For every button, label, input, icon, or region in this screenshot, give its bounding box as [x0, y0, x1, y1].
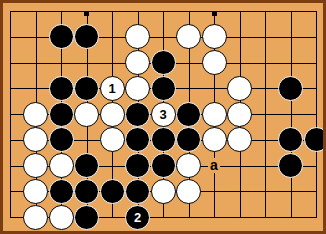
intersection-9-2 [227, 50, 253, 76]
point-label-a: a [208, 158, 220, 173]
intersection-6-5 [150, 127, 176, 153]
white-stone [176, 179, 201, 204]
white-stone [49, 153, 74, 178]
black-stone [49, 127, 74, 152]
intersection-9-6 [227, 153, 253, 179]
intersection-11-0 [278, 3, 304, 24]
intersection-4-0 [99, 3, 125, 24]
intersection-12-5 [303, 127, 323, 153]
board-grid: 13a2 [3, 3, 323, 230]
white-stone [227, 102, 252, 127]
intersection-0-6 [3, 153, 23, 179]
intersection-2-7 [48, 178, 74, 204]
intersection-5-8: 2 [125, 204, 151, 230]
white-stone [176, 24, 201, 49]
intersection-2-6 [48, 153, 74, 179]
intersection-2-0 [48, 3, 74, 24]
intersection-2-4 [48, 101, 74, 127]
intersection-7-7 [176, 178, 202, 204]
intersection-12-7 [303, 178, 323, 204]
hoshi-point [84, 11, 89, 16]
intersection-7-8 [176, 204, 202, 230]
intersection-1-7 [23, 178, 49, 204]
intersection-12-4 [303, 101, 323, 127]
intersection-3-3 [74, 75, 100, 101]
go-board: 13a2 [3, 3, 323, 231]
white-stone-move-3: 3 [151, 102, 176, 127]
black-stone [304, 127, 324, 152]
white-stone [151, 179, 176, 204]
intersection-0-0 [3, 3, 23, 24]
intersection-8-0 [201, 3, 227, 24]
intersection-10-8 [252, 204, 278, 230]
intersection-8-7 [201, 178, 227, 204]
intersection-3-8 [74, 204, 100, 230]
intersection-12-8 [303, 204, 323, 230]
white-stone [23, 179, 48, 204]
black-stone [176, 127, 201, 152]
intersection-11-8 [278, 204, 304, 230]
intersection-4-8 [99, 204, 125, 230]
white-stone [202, 24, 227, 49]
black-stone [151, 127, 176, 152]
intersection-9-8 [227, 204, 253, 230]
intersection-0-8 [3, 204, 23, 230]
intersection-6-2 [150, 50, 176, 76]
black-stone [74, 76, 99, 101]
intersection-6-6 [150, 153, 176, 179]
intersection-1-2 [23, 50, 49, 76]
intersection-12-6 [303, 153, 323, 179]
intersection-6-4: 3 [150, 101, 176, 127]
intersection-11-3 [278, 75, 304, 101]
black-stone [151, 50, 176, 75]
intersection-8-5 [201, 127, 227, 153]
intersection-7-1 [176, 24, 202, 50]
intersection-10-1 [252, 24, 278, 50]
white-stone [49, 205, 74, 230]
black-stone [125, 153, 150, 178]
intersection-1-1 [23, 24, 49, 50]
intersection-5-4 [125, 101, 151, 127]
intersection-11-2 [278, 50, 304, 76]
intersection-1-3 [23, 75, 49, 101]
intersection-5-2 [125, 50, 151, 76]
intersection-11-7 [278, 178, 304, 204]
intersection-0-7 [3, 178, 23, 204]
intersection-8-3 [201, 75, 227, 101]
intersection-7-5 [176, 127, 202, 153]
intersection-9-7 [227, 178, 253, 204]
white-stone [23, 127, 48, 152]
intersection-5-5 [125, 127, 151, 153]
diagram-frame: 13a2 [0, 0, 326, 234]
white-stone [23, 102, 48, 127]
intersection-9-0 [227, 3, 253, 24]
white-stone [100, 127, 125, 152]
intersection-9-3 [227, 75, 253, 101]
intersection-4-4 [99, 101, 125, 127]
black-stone [151, 76, 176, 101]
intersection-6-8 [150, 204, 176, 230]
black-stone [278, 127, 303, 152]
white-stone [125, 50, 150, 75]
intersection-6-1 [150, 24, 176, 50]
intersection-7-2 [176, 50, 202, 76]
black-stone [125, 179, 150, 204]
intersection-4-5 [99, 127, 125, 153]
white-stone [227, 127, 252, 152]
black-stone-move-2: 2 [125, 205, 150, 230]
white-stone [23, 153, 48, 178]
intersection-3-7 [74, 178, 100, 204]
black-stone [100, 179, 125, 204]
intersection-2-3 [48, 75, 74, 101]
intersection-9-1 [227, 24, 253, 50]
intersection-2-8 [48, 204, 74, 230]
black-stone [151, 153, 176, 178]
intersection-5-1 [125, 24, 151, 50]
intersection-2-2 [48, 50, 74, 76]
intersection-8-6: a [201, 153, 227, 179]
intersection-10-0 [252, 3, 278, 24]
intersection-1-5 [23, 127, 49, 153]
intersection-8-8 [201, 204, 227, 230]
black-stone [278, 76, 303, 101]
white-stone [202, 50, 227, 75]
intersection-0-1 [3, 24, 23, 50]
white-stone [23, 205, 48, 230]
white-stone [74, 102, 99, 127]
intersection-4-6 [99, 153, 125, 179]
intersection-5-6 [125, 153, 151, 179]
intersection-10-7 [252, 178, 278, 204]
intersection-0-4 [3, 101, 23, 127]
intersection-9-5 [227, 127, 253, 153]
intersection-11-1 [278, 24, 304, 50]
white-stone [125, 76, 150, 101]
intersection-11-5 [278, 127, 304, 153]
intersection-4-3: 1 [99, 75, 125, 101]
intersection-12-0 [303, 3, 323, 24]
intersection-3-2 [74, 50, 100, 76]
intersection-5-0 [125, 3, 151, 24]
intersection-8-1 [201, 24, 227, 50]
black-stone [176, 102, 201, 127]
white-stone [176, 153, 201, 178]
black-stone [74, 153, 99, 178]
white-stone [100, 102, 125, 127]
intersection-10-2 [252, 50, 278, 76]
intersection-3-4 [74, 101, 100, 127]
black-stone [74, 179, 99, 204]
intersection-10-3 [252, 75, 278, 101]
black-stone [49, 179, 74, 204]
intersection-0-5 [3, 127, 23, 153]
hoshi-point [212, 11, 217, 16]
intersection-4-1 [99, 24, 125, 50]
intersection-2-1 [48, 24, 74, 50]
intersection-12-3 [303, 75, 323, 101]
intersection-7-4 [176, 101, 202, 127]
intersection-12-2 [303, 50, 323, 76]
white-stone [202, 102, 227, 127]
white-stone-move-1: 1 [100, 76, 125, 101]
intersection-3-5 [74, 127, 100, 153]
white-stone [202, 127, 227, 152]
black-stone [278, 153, 303, 178]
intersection-10-5 [252, 127, 278, 153]
intersection-10-4 [252, 101, 278, 127]
white-stone [227, 76, 252, 101]
intersection-3-6 [74, 153, 100, 179]
intersection-0-3 [3, 75, 23, 101]
intersection-5-3 [125, 75, 151, 101]
intersection-1-6 [23, 153, 49, 179]
black-stone [125, 127, 150, 152]
intersection-1-0 [23, 3, 49, 24]
intersection-6-3 [150, 75, 176, 101]
intersection-7-3 [176, 75, 202, 101]
intersection-6-0 [150, 3, 176, 24]
intersection-3-1 [74, 24, 100, 50]
intersection-8-2 [201, 50, 227, 76]
intersection-1-4 [23, 101, 49, 127]
intersection-4-2 [99, 50, 125, 76]
intersection-11-6 [278, 153, 304, 179]
black-stone [125, 102, 150, 127]
intersection-6-7 [150, 178, 176, 204]
intersection-0-2 [3, 50, 23, 76]
black-stone [49, 24, 74, 49]
black-stone [74, 205, 99, 230]
intersection-2-5 [48, 127, 74, 153]
intersection-4-7 [99, 178, 125, 204]
intersection-12-1 [303, 24, 323, 50]
intersection-1-8 [23, 204, 49, 230]
black-stone [49, 76, 74, 101]
black-stone [74, 24, 99, 49]
white-stone [125, 24, 150, 49]
intersection-5-7 [125, 178, 151, 204]
intersection-11-4 [278, 101, 304, 127]
intersection-10-6 [252, 153, 278, 179]
black-stone [49, 102, 74, 127]
intersection-7-0 [176, 3, 202, 24]
intersection-8-4 [201, 101, 227, 127]
intersection-3-0 [74, 3, 100, 24]
intersection-9-4 [227, 101, 253, 127]
intersection-7-6 [176, 153, 202, 179]
